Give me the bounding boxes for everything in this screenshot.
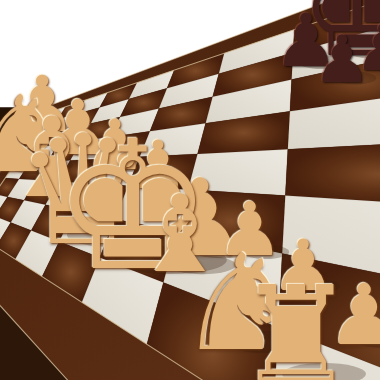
chess-set-photo: ♚♟♟♟♟♟♞♟♟♝♛♟♟♚♝♟♟♞♜: [0, 0, 380, 380]
piece-white-pawn-h3: ♟: [268, 231, 338, 301]
pawn-glyph: ♟: [273, 4, 339, 77]
piece-white-bishop-b4: ♝: [0, 103, 107, 213]
pawn-glyph: ♟: [84, 111, 146, 180]
king-glyph: ♚: [53, 118, 213, 296]
piece-white-knight-a4: ♞: [0, 81, 70, 187]
piece-white-pawn-f4: ♟: [125, 132, 192, 199]
pawn-glyph: ♟: [128, 132, 188, 199]
piece-white-pawn-d5: ♟: [80, 111, 149, 180]
pawn-glyph: ♟: [354, 17, 380, 81]
pieces-layer: ♚♟♟♟♟♟♞♟♟♝♛♟♟♚♝♟♟♞♜: [0, 0, 380, 380]
bishop-glyph: ♝: [3, 103, 102, 213]
pawn-glyph: ♟: [44, 91, 112, 167]
piece-white-rook-h1: ♜: [230, 269, 363, 380]
pawn-glyph: ♟: [217, 193, 284, 267]
piece-white-queen-d2: ♛: [7, 115, 159, 267]
knight-glyph: ♞: [178, 237, 297, 370]
piece-white-pawn-c5: ♟: [40, 91, 116, 167]
pawn-glyph: ♟: [271, 231, 334, 301]
piece-white-pawn-a7: ♟: [3, 66, 80, 143]
pawn-glyph: ♟: [7, 66, 76, 143]
piece-white-pawn-g3: ♟: [213, 193, 287, 267]
piece-black-pawn-edge: ♟: [351, 17, 380, 81]
king-glyph: ♚: [300, 0, 380, 75]
knight-glyph: ♞: [0, 81, 65, 187]
piece-white-knight-g1: ♞: [172, 237, 305, 370]
rook-glyph: ♜: [236, 269, 355, 380]
piece-black-pawn-h6: ♟: [309, 27, 374, 92]
pawn-glyph: ♟: [152, 165, 247, 271]
pawn-glyph: ♟: [326, 274, 380, 358]
bishop-glyph: ♝: [132, 181, 227, 287]
queen-glyph: ♛: [15, 115, 151, 267]
piece-black-pawn-h7: ♟: [269, 4, 342, 77]
piece-white-king-e2: ♚: [44, 118, 222, 296]
piece-black-king-h8: ♚: [294, 0, 380, 75]
pawn-glyph: ♟: [313, 27, 371, 92]
piece-white-pawn-h2: ♟: [322, 274, 380, 358]
piece-white-bishop-f2: ♝: [127, 181, 233, 287]
piece-white-pawn-f3: ♟: [147, 165, 253, 271]
